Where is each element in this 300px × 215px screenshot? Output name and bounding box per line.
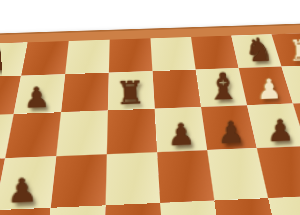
square-d4[interactable] bbox=[104, 203, 164, 215]
square-e7[interactable] bbox=[152, 70, 201, 109]
black-pawn[interactable]: ♟ bbox=[267, 116, 294, 147]
square-b8[interactable] bbox=[21, 41, 69, 76]
square-h7[interactable]: ♝ bbox=[281, 65, 300, 103]
square-b6[interactable] bbox=[5, 112, 61, 158]
white-rook[interactable]: ♜ bbox=[289, 36, 300, 66]
square-d5[interactable] bbox=[106, 152, 161, 205]
white-bishop[interactable]: ♝ bbox=[298, 64, 300, 102]
square-b4[interactable] bbox=[0, 208, 51, 215]
square-d8[interactable] bbox=[109, 38, 153, 72]
square-c7[interactable] bbox=[61, 73, 109, 113]
board-perspective-wrap: ♞♞♜♟♜♝♟♝♟♟♟♟♟♛♞♟♟♟♞♟♝♚♜ bbox=[0, 25, 300, 215]
square-b7[interactable]: ♟ bbox=[14, 74, 65, 114]
square-d6[interactable] bbox=[107, 109, 157, 154]
square-e6[interactable]: ♟ bbox=[155, 107, 208, 152]
square-e8[interactable] bbox=[150, 37, 195, 71]
square-g4[interactable]: ♟ bbox=[268, 196, 300, 215]
chess-board: ♞♞♜♟♜♝♟♝♟♟♟♟♟♛♞♟♟♟♞♟♝♚♜ bbox=[0, 25, 300, 215]
black-pawn[interactable]: ♟ bbox=[24, 84, 50, 113]
square-c5[interactable] bbox=[51, 154, 107, 208]
square-c8[interactable] bbox=[65, 40, 110, 75]
black-knight[interactable]: ♞ bbox=[244, 34, 274, 67]
black-bishop[interactable]: ♝ bbox=[206, 67, 240, 105]
black-pawn[interactable]: ♟ bbox=[168, 119, 196, 150]
photo-background: ♞♞♜♟♜♝♟♝♟♟♟♟♟♛♞♟♟♟♞♟♝♚♜ bbox=[0, 0, 300, 215]
black-knight[interactable]: ♞ bbox=[0, 42, 14, 76]
square-c6[interactable] bbox=[56, 110, 108, 156]
square-g6[interactable]: ♟ bbox=[247, 103, 300, 148]
black-pawn[interactable]: ♟ bbox=[218, 118, 246, 149]
square-c4[interactable]: ♞ bbox=[44, 205, 106, 215]
black-pawn[interactable]: ♟ bbox=[7, 174, 38, 208]
black-rook[interactable]: ♜ bbox=[116, 77, 145, 109]
white-pawn[interactable]: ♟ bbox=[257, 75, 282, 104]
square-b5[interactable]: ♟ bbox=[0, 156, 56, 210]
square-e4[interactable] bbox=[160, 201, 223, 215]
square-e5[interactable] bbox=[157, 150, 214, 203]
square-d7[interactable]: ♜ bbox=[108, 71, 155, 110]
